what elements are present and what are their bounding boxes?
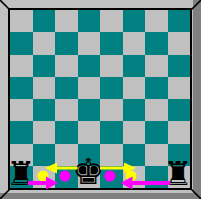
black-king: ♚ <box>72 154 104 190</box>
square-r4c7 <box>145 77 168 99</box>
square-r1c2 <box>33 10 56 32</box>
black-rook-left: ♜ <box>6 157 36 190</box>
square-r3c8 <box>168 55 191 77</box>
square-r6c2 <box>33 121 56 143</box>
square-r2c5 <box>100 32 123 54</box>
chess-board-frame: ♜♚♜ <box>0 0 201 199</box>
square-r8c6 <box>123 166 146 188</box>
square-r4c2 <box>33 77 56 99</box>
square-r5c2 <box>33 99 56 121</box>
frame-shadow-right <box>193 0 201 199</box>
square-r3c1 <box>10 55 33 77</box>
black-rook-right: ♜ <box>163 157 193 190</box>
square-r3c3 <box>55 55 78 77</box>
square-r1c3 <box>55 10 78 32</box>
square-r5c3 <box>55 99 78 121</box>
square-r7c6 <box>123 144 146 166</box>
square-r3c2 <box>33 55 56 77</box>
square-r1c7 <box>145 10 168 32</box>
square-r3c4 <box>78 55 101 77</box>
square-r4c3 <box>55 77 78 99</box>
square-r6c1 <box>10 121 33 143</box>
square-r3c7 <box>145 55 168 77</box>
square-r6c8 <box>168 121 191 143</box>
square-r2c4 <box>78 32 101 54</box>
square-r1c8 <box>168 10 191 32</box>
square-r4c4 <box>78 77 101 99</box>
square-r5c6 <box>123 99 146 121</box>
square-r2c7 <box>145 32 168 54</box>
square-r5c7 <box>145 99 168 121</box>
frame-shadow-bottom <box>0 193 201 199</box>
square-r3c6 <box>123 55 146 77</box>
square-r2c6 <box>123 32 146 54</box>
square-r7c2 <box>33 144 56 166</box>
square-r2c1 <box>10 32 33 54</box>
square-r6c5 <box>100 121 123 143</box>
square-r5c5 <box>100 99 123 121</box>
square-r8c2 <box>33 166 56 188</box>
square-r6c7 <box>145 121 168 143</box>
square-r6c6 <box>123 121 146 143</box>
square-r4c5 <box>100 77 123 99</box>
square-r5c8 <box>168 99 191 121</box>
square-r4c8 <box>168 77 191 99</box>
square-r1c4 <box>78 10 101 32</box>
square-r5c4 <box>78 99 101 121</box>
square-r2c8 <box>168 32 191 54</box>
square-r6c3 <box>55 121 78 143</box>
square-r2c3 <box>55 32 78 54</box>
square-r1c1 <box>10 10 33 32</box>
square-r1c6 <box>123 10 146 32</box>
square-r6c4 <box>78 121 101 143</box>
square-r4c1 <box>10 77 33 99</box>
square-r3c5 <box>100 55 123 77</box>
square-r1c5 <box>100 10 123 32</box>
square-r2c2 <box>33 32 56 54</box>
square-r5c1 <box>10 99 33 121</box>
square-r4c6 <box>123 77 146 99</box>
